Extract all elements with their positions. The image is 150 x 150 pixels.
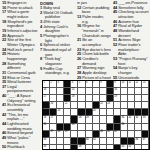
grid-cell[interactable]: [128, 95, 135, 102]
grid-cell[interactable]: [107, 109, 114, 116]
grid-cell[interactable]: [121, 102, 128, 109]
grid-cell[interactable]: [114, 109, 121, 116]
grid-cell-black: [114, 116, 121, 123]
clue-number: 17: [2, 9, 7, 14]
grid-cell-black: [71, 138, 78, 145]
grid-cell-black: [107, 88, 114, 95]
grid-cell[interactable]: [57, 95, 64, 102]
grid-cell[interactable]: [86, 124, 93, 131]
crossword-grid-cells: 1234567891011121314151617181920212223242…: [43, 81, 149, 150]
cell-number: 38: [58, 130, 61, 133]
clue-number: 48: [113, 28, 118, 33]
cell-number: 1: [43, 81, 44, 84]
grid-cell[interactable]: [107, 116, 114, 123]
cell-number: 44: [86, 138, 89, 141]
across-clues-column: 15 Engages in16 Prone to attack17 What a…: [2, 1, 39, 149]
grid-cell[interactable]: 25: [93, 109, 100, 116]
grid-cell[interactable]: [78, 124, 85, 131]
grid-cell[interactable]: 35: [71, 124, 78, 131]
grid-cell[interactable]: [86, 88, 93, 95]
clue-number: 29: [77, 75, 82, 80]
cell-number: 10: [121, 81, 124, 84]
grid-cell[interactable]: [57, 145, 64, 150]
grid-cell[interactable]: [50, 88, 57, 95]
grid-cell[interactable]: [50, 138, 57, 145]
grid-cell[interactable]: 24: [57, 109, 64, 116]
grid-cell[interactable]: 32: [135, 116, 142, 123]
crossword-grid: 1234567891011121314151617181920212223242…: [42, 80, 150, 150]
grid-cell[interactable]: 3: [57, 81, 64, 88]
grid-cell[interactable]: 44: [86, 138, 93, 145]
grid-cell[interactable]: [86, 102, 93, 109]
cell-number: 36: [121, 123, 124, 126]
clue: 52 Floor trader's marketplace: Abbr.: [113, 43, 149, 57]
cell-number: 33: [143, 116, 146, 119]
cell-number: 47: [143, 138, 146, 141]
cell-number: 48: [43, 145, 46, 148]
grid-cell[interactable]: 6: [86, 81, 93, 88]
grid-cell[interactable]: 21: [64, 102, 71, 109]
grid-cell[interactable]: 34: [43, 124, 50, 131]
clue-number: 44: [2, 121, 7, 126]
grid-cell[interactable]: 38: [57, 131, 64, 138]
cell-number: 43: [43, 138, 46, 141]
grid-cell[interactable]: [71, 102, 78, 109]
grid-cell[interactable]: 13: [142, 81, 149, 88]
clue-number: 8: [40, 56, 43, 61]
clue-number: 50: [2, 144, 7, 149]
cell-number: 14: [43, 88, 46, 91]
grid-cell[interactable]: [107, 138, 114, 145]
clue-number: 2: [40, 10, 43, 15]
grid-cell[interactable]: 19: [114, 95, 121, 102]
cell-number: 50: [121, 145, 124, 148]
grid-cell[interactable]: [100, 88, 107, 95]
clue-number: 49: [2, 135, 7, 140]
grid-cell[interactable]: [121, 95, 128, 102]
cell-number: 49: [79, 145, 82, 148]
clue-number: 25: [2, 51, 7, 56]
grid-cell[interactable]: 41: [107, 131, 114, 138]
grid-cell[interactable]: [121, 131, 128, 138]
cell-number: 32: [136, 116, 139, 119]
grid-cell[interactable]: 47: [142, 138, 149, 145]
grid-cell[interactable]: 45: [93, 138, 100, 145]
clue-number: 9: [40, 66, 43, 71]
clue-number: 13: [77, 14, 82, 19]
grid-cell[interactable]: [135, 95, 142, 102]
grid-cell[interactable]: [78, 131, 85, 138]
grid-cell[interactable]: [57, 88, 64, 95]
grid-cell[interactable]: [50, 145, 57, 150]
cell-number: 26: [43, 116, 46, 119]
grid-cell[interactable]: [142, 102, 149, 109]
grid-cell[interactable]: [93, 95, 100, 102]
clue: 50 Flashback beginning: [2, 145, 39, 149]
grid-cell[interactable]: 8: [100, 81, 107, 88]
clue-number: 5: [40, 33, 43, 38]
cell-number: 40: [100, 130, 103, 133]
grid-cell[interactable]: 23: [107, 102, 114, 109]
grid-cell[interactable]: 39: [64, 131, 71, 138]
clue-number: 4: [40, 24, 43, 29]
grid-cell[interactable]: 27: [50, 116, 57, 123]
cell-number: 46: [136, 138, 139, 141]
cell-number: 27: [50, 116, 53, 119]
grid-cell[interactable]: [114, 102, 121, 109]
grid-cell[interactable]: [142, 88, 149, 95]
cell-number: 20: [50, 102, 53, 105]
grid-cell[interactable]: [142, 95, 149, 102]
cell-number: 12: [136, 81, 139, 84]
grid-cell-black: [107, 81, 114, 88]
grid-cell[interactable]: 40: [100, 131, 107, 138]
grid-cell[interactable]: [71, 131, 78, 138]
grid-cell[interactable]: 20: [50, 102, 57, 109]
grid-cell[interactable]: 28: [78, 116, 85, 123]
grid-cell[interactable]: [57, 138, 64, 145]
grid-cell[interactable]: 7: [93, 81, 100, 88]
grid-cell[interactable]: [135, 145, 142, 150]
grid-cell[interactable]: 17: [43, 95, 50, 102]
grid-cell[interactable]: [93, 145, 100, 150]
clue: 29 Picture of a heart: [77, 76, 111, 80]
cell-number: 8: [100, 81, 101, 84]
clue-number: 40: [2, 93, 7, 98]
grid-cell[interactable]: [78, 95, 85, 102]
grid-cell[interactable]: 49: [78, 145, 85, 150]
cell-number: 23: [107, 102, 110, 105]
cell-number: 35: [72, 123, 75, 126]
grid-cell[interactable]: [100, 145, 107, 150]
grid-cell[interactable]: [78, 102, 85, 109]
grid-cell[interactable]: 37: [50, 131, 57, 138]
cell-number: 3: [58, 81, 59, 84]
cell-number: 17: [43, 95, 46, 98]
grid-cell[interactable]: [135, 102, 142, 109]
grid-cell[interactable]: [128, 102, 135, 109]
grid-cell[interactable]: 2: [50, 81, 57, 88]
grid-cell[interactable]: 5: [78, 81, 85, 88]
grid-cell-black: [64, 81, 71, 88]
clue-number: 54: [113, 65, 118, 70]
grid-cell[interactable]: [100, 109, 107, 116]
clue-number: 22: [2, 37, 7, 42]
grid-cell[interactable]: [71, 109, 78, 116]
clue-number: 12: [77, 5, 82, 10]
grid-cell[interactable]: 42: [114, 131, 121, 138]
clue: 9 FedEx Cup standings, e.g.: [40, 67, 75, 76]
cell-number: 39: [65, 130, 68, 133]
grid-cell[interactable]: [114, 138, 121, 145]
cell-number: 13: [143, 81, 146, 84]
cell-number: 2: [50, 81, 51, 84]
grid-cell[interactable]: [86, 145, 93, 150]
grid-cell[interactable]: [64, 138, 71, 145]
grid-cell[interactable]: [93, 116, 100, 123]
grid-cell[interactable]: [64, 145, 71, 150]
grid-cell-black: [71, 145, 78, 150]
clue-number: 7: [40, 47, 43, 52]
clue-number: 16: [77, 23, 82, 28]
grid-cell-black: [114, 145, 121, 150]
grid-cell[interactable]: [128, 131, 135, 138]
cell-number: 19: [114, 95, 117, 98]
cell-number: 30: [121, 116, 124, 119]
grid-cell[interactable]: [142, 124, 149, 131]
clue: 16 Rhyme for "menorah" in Chanukah songs: [77, 24, 111, 38]
clue-number: 52: [113, 42, 118, 47]
grid-cell[interactable]: 18: [71, 95, 78, 102]
grid-cell[interactable]: [121, 88, 128, 95]
cell-number: 21: [65, 102, 68, 105]
grid-cell[interactable]: [100, 138, 107, 145]
cell-number: 15: [72, 88, 75, 91]
cell-number: 37: [50, 130, 53, 133]
cell-number: 16: [114, 88, 117, 91]
clue-number: 41: [2, 102, 7, 107]
grid-cell[interactable]: [64, 116, 71, 123]
grid-cell[interactable]: 31: [128, 116, 135, 123]
cell-number: 7: [93, 81, 94, 84]
grid-cell[interactable]: 10: [121, 81, 128, 88]
clue-number: 53: [113, 56, 118, 61]
grid-cell-black: [43, 102, 50, 109]
cell-number: 41: [107, 130, 110, 133]
grid-cell[interactable]: 11: [128, 81, 135, 88]
grid-cell[interactable]: 33: [142, 116, 149, 123]
grid-cell[interactable]: [93, 124, 100, 131]
cell-number: 51: [129, 145, 132, 148]
cell-number: 29: [86, 116, 89, 119]
grid-cell[interactable]: 51: [128, 145, 135, 150]
cell-number: 5: [79, 81, 80, 84]
down-clues-column-2: in jars12 Certain pudding base13 Palm re…: [77, 1, 111, 79]
cell-number: 34: [43, 123, 46, 126]
grid-cell[interactable]: [78, 88, 85, 95]
grid-cell-black: [64, 88, 71, 95]
cell-number: 25: [93, 109, 96, 112]
grid-cell[interactable]: [100, 116, 107, 123]
down-clues-column-1: DOWN1 Baby seal2 World Oil Outlook publi…: [40, 1, 75, 79]
grid-cell[interactable]: 36: [121, 124, 128, 131]
grid-cell[interactable]: [64, 109, 71, 116]
grid-cell[interactable]: [128, 88, 135, 95]
grid-cell[interactable]: [135, 124, 142, 131]
cell-number: 6: [86, 81, 87, 84]
grid-cell[interactable]: [135, 88, 142, 95]
cell-number: 28: [79, 116, 82, 119]
grid-cell[interactable]: 12: [135, 81, 142, 88]
grid-cell[interactable]: 48: [43, 145, 50, 150]
clue-number: 21: [77, 37, 82, 42]
clue-number: 42: [2, 112, 7, 117]
cell-number: 24: [58, 109, 61, 112]
grid-cell[interactable]: 50: [121, 145, 128, 150]
cell-number: 4: [72, 81, 73, 84]
grid-cell[interactable]: [86, 95, 93, 102]
grid-cell[interactable]: [93, 88, 100, 95]
cell-number: 22: [100, 102, 103, 105]
clue-number: 28: [2, 61, 7, 66]
cell-number: 42: [114, 130, 117, 133]
grid-cell[interactable]: [128, 124, 135, 131]
grid-cell[interactable]: 29: [86, 116, 93, 123]
grid-cell[interactable]: 22: [100, 102, 107, 109]
clue-number: 45: [113, 9, 118, 14]
cell-number: 45: [93, 138, 96, 141]
grid-cell[interactable]: 46: [135, 138, 142, 145]
grid-cell[interactable]: [107, 145, 114, 150]
down-clues-column-3: 43 ___-en-Provence44 Senseless folly45 C…: [113, 1, 149, 79]
cell-number: 9: [114, 81, 115, 84]
cell-number: 31: [129, 116, 132, 119]
clue-number: 37: [2, 84, 7, 89]
clue-number: 26: [77, 56, 82, 61]
cell-number: 11: [129, 81, 131, 84]
cell-number: 18: [72, 95, 75, 98]
clue-number: 18: [2, 19, 7, 24]
grid-cell[interactable]: [57, 116, 64, 123]
grid-cell[interactable]: [142, 145, 149, 150]
